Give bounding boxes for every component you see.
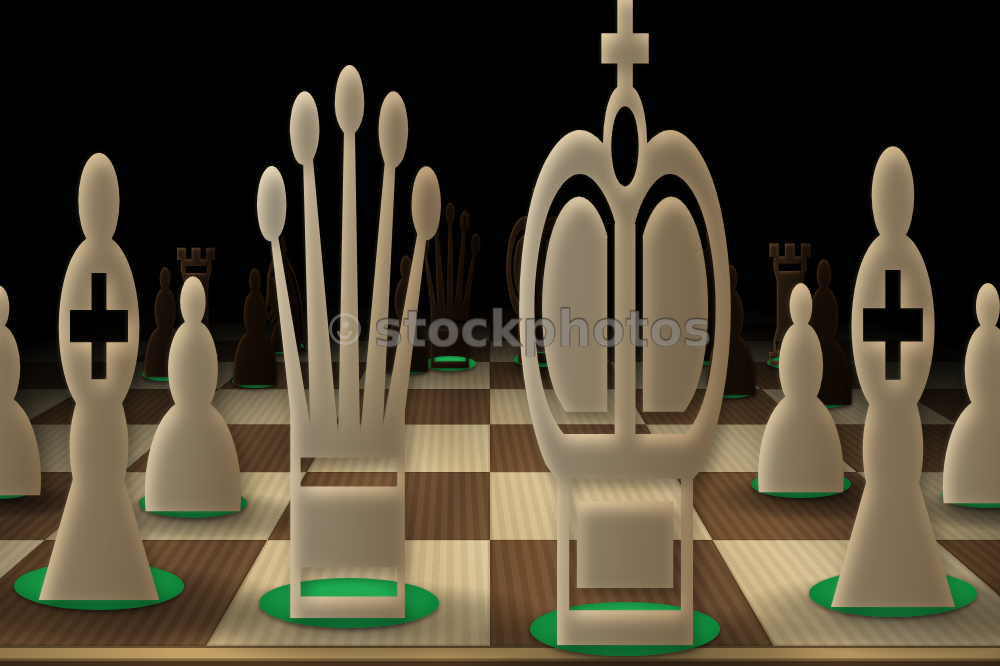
- white-bishop-glyph: ♝: [774, 74, 1000, 666]
- pieces-layer: ♟♝♟♛♚♟♝♟♟♜♟♞♟♛♚♞♟♜♟: [0, 0, 1000, 666]
- chess-photo-scene: ♟♝♟♛♚♟♝♟♟♜♟♞♟♛♚♞♟♜♟ stockphotos: [0, 0, 1000, 666]
- white-king-glyph: ♚: [489, 0, 760, 666]
- white-bishop-glyph: ♝: [0, 82, 214, 666]
- white-queen-glyph: ♛: [227, 0, 471, 666]
